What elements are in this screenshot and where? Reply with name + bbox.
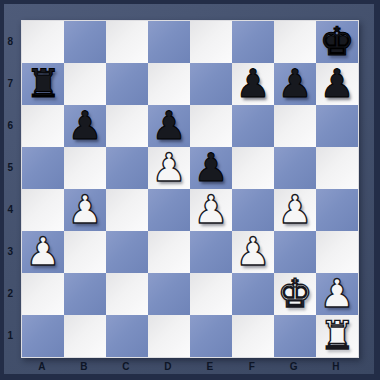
square-a7[interactable]: ♜: [22, 63, 64, 105]
square-a3[interactable]: ♟: [22, 231, 64, 273]
square-g7[interactable]: ♟: [274, 63, 316, 105]
square-e4[interactable]: ♟: [190, 189, 232, 231]
piece-white-pawn-b4[interactable]: ♟: [68, 190, 103, 229]
square-c5[interactable]: [106, 147, 148, 189]
square-g1[interactable]: [274, 315, 316, 357]
square-c3[interactable]: [106, 231, 148, 273]
square-f1[interactable]: [232, 315, 274, 357]
rank-label-3: 3: [0, 230, 21, 272]
piece-black-pawn-f7[interactable]: ♟: [236, 64, 271, 103]
file-label-h: H: [315, 358, 357, 375]
square-h6[interactable]: [316, 105, 358, 147]
square-c2[interactable]: [106, 273, 148, 315]
file-labels: ABCDEFGH: [21, 358, 359, 375]
square-h5[interactable]: [316, 147, 358, 189]
piece-black-rook-a7[interactable]: ♜: [26, 64, 61, 103]
square-b5[interactable]: [64, 147, 106, 189]
rank-label-6: 6: [0, 104, 21, 146]
piece-white-pawn-h2[interactable]: ♟: [320, 274, 355, 313]
piece-black-king-h8[interactable]: ♚: [320, 22, 355, 61]
square-f2[interactable]: [232, 273, 274, 315]
rank-label-4: 4: [0, 188, 21, 230]
square-g5[interactable]: [274, 147, 316, 189]
rank-label-7: 7: [0, 62, 21, 104]
file-label-b: B: [63, 358, 105, 375]
square-h1[interactable]: ♜: [316, 315, 358, 357]
square-a8[interactable]: [22, 21, 64, 63]
piece-white-king-g2[interactable]: ♚: [278, 274, 313, 313]
square-e2[interactable]: [190, 273, 232, 315]
square-e3[interactable]: [190, 231, 232, 273]
square-a1[interactable]: [22, 315, 64, 357]
square-a2[interactable]: [22, 273, 64, 315]
piece-white-pawn-g4[interactable]: ♟: [278, 190, 313, 229]
square-c8[interactable]: [106, 21, 148, 63]
piece-white-rook-h1[interactable]: ♜: [320, 316, 355, 355]
square-h7[interactable]: ♟: [316, 63, 358, 105]
file-label-e: E: [189, 358, 231, 375]
square-g2[interactable]: ♚: [274, 273, 316, 315]
rank-label-5: 5: [0, 146, 21, 188]
square-c6[interactable]: [106, 105, 148, 147]
chess-board: ♚♜♟♟♟♟♟♟♟♟♟♟♟♟♚♟♜: [21, 20, 359, 358]
square-h8[interactable]: ♚: [316, 21, 358, 63]
rank-label-8: 8: [0, 20, 21, 62]
square-b6[interactable]: ♟: [64, 105, 106, 147]
piece-white-pawn-a3[interactable]: ♟: [26, 232, 61, 271]
square-e1[interactable]: [190, 315, 232, 357]
piece-white-pawn-f3[interactable]: ♟: [236, 232, 271, 271]
square-b7[interactable]: [64, 63, 106, 105]
piece-white-pawn-d5[interactable]: ♟: [152, 148, 187, 187]
file-label-f: F: [231, 358, 273, 375]
square-e7[interactable]: [190, 63, 232, 105]
square-h3[interactable]: [316, 231, 358, 273]
square-a6[interactable]: [22, 105, 64, 147]
square-d3[interactable]: [148, 231, 190, 273]
square-e8[interactable]: [190, 21, 232, 63]
square-b3[interactable]: [64, 231, 106, 273]
file-label-a: A: [21, 358, 63, 375]
square-d7[interactable]: [148, 63, 190, 105]
square-d8[interactable]: [148, 21, 190, 63]
square-h4[interactable]: [316, 189, 358, 231]
square-f6[interactable]: [232, 105, 274, 147]
file-label-g: G: [273, 358, 315, 375]
square-g8[interactable]: [274, 21, 316, 63]
square-f8[interactable]: [232, 21, 274, 63]
piece-black-pawn-b6[interactable]: ♟: [68, 106, 103, 145]
square-d5[interactable]: ♟: [148, 147, 190, 189]
square-d6[interactable]: ♟: [148, 105, 190, 147]
piece-white-pawn-e4[interactable]: ♟: [194, 190, 229, 229]
piece-black-pawn-g7[interactable]: ♟: [278, 64, 313, 103]
rank-label-2: 2: [0, 272, 21, 314]
square-c1[interactable]: [106, 315, 148, 357]
square-b2[interactable]: [64, 273, 106, 315]
square-b1[interactable]: [64, 315, 106, 357]
square-a5[interactable]: [22, 147, 64, 189]
rank-label-1: 1: [0, 314, 21, 356]
square-b4[interactable]: ♟: [64, 189, 106, 231]
square-a4[interactable]: [22, 189, 64, 231]
square-d2[interactable]: [148, 273, 190, 315]
square-f7[interactable]: ♟: [232, 63, 274, 105]
square-f3[interactable]: ♟: [232, 231, 274, 273]
square-c4[interactable]: [106, 189, 148, 231]
square-g3[interactable]: [274, 231, 316, 273]
square-f5[interactable]: [232, 147, 274, 189]
square-f4[interactable]: [232, 189, 274, 231]
piece-black-pawn-h7[interactable]: ♟: [320, 64, 355, 103]
file-label-c: C: [105, 358, 147, 375]
square-e6[interactable]: [190, 105, 232, 147]
square-g6[interactable]: [274, 105, 316, 147]
square-h2[interactable]: ♟: [316, 273, 358, 315]
piece-black-pawn-d6[interactable]: ♟: [152, 106, 187, 145]
square-g4[interactable]: ♟: [274, 189, 316, 231]
square-b8[interactable]: [64, 21, 106, 63]
square-d1[interactable]: [148, 315, 190, 357]
square-c7[interactable]: [106, 63, 148, 105]
file-label-d: D: [147, 358, 189, 375]
square-e5[interactable]: ♟: [190, 147, 232, 189]
square-d4[interactable]: [148, 189, 190, 231]
rank-labels: 87654321: [0, 20, 21, 356]
piece-black-pawn-e5[interactable]: ♟: [194, 148, 229, 187]
